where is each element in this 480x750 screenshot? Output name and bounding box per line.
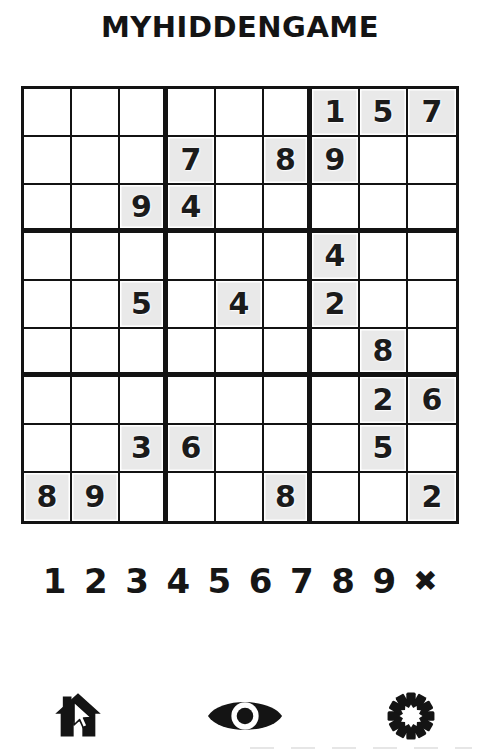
- cell-r5c3[interactable]: 5: [120, 281, 168, 329]
- cell-r9c3[interactable]: [120, 473, 168, 521]
- cell-r1c1[interactable]: [24, 89, 72, 137]
- cell-r8c6[interactable]: [264, 425, 312, 473]
- cell-r5c1[interactable]: [24, 281, 72, 329]
- gear-icon: [386, 691, 436, 744]
- cell-r2c5[interactable]: [216, 137, 264, 185]
- cell-r8c4[interactable]: 6: [168, 425, 216, 473]
- cell-r9c4[interactable]: [168, 473, 216, 521]
- cell-r1c4[interactable]: [168, 89, 216, 137]
- numpad-key-7[interactable]: 7: [281, 556, 322, 606]
- cutoff-row-artifact: [250, 747, 472, 749]
- cell-r7c5[interactable]: [216, 377, 264, 425]
- numpad-key-3[interactable]: 3: [116, 556, 157, 606]
- cell-r8c1[interactable]: [24, 425, 72, 473]
- numpad-key-1[interactable]: 1: [34, 556, 75, 606]
- cell-r1c9[interactable]: 7: [408, 89, 456, 137]
- erase-key[interactable]: ✖: [405, 556, 446, 606]
- cell-r3c4[interactable]: 4: [168, 185, 216, 233]
- cell-r7c1[interactable]: [24, 377, 72, 425]
- cell-r5c9[interactable]: [408, 281, 456, 329]
- cell-r8c2[interactable]: [72, 425, 120, 473]
- cell-r2c4[interactable]: 7: [168, 137, 216, 185]
- cell-r4c8[interactable]: [360, 233, 408, 281]
- cell-r1c6[interactable]: [264, 89, 312, 137]
- cell-r2c1[interactable]: [24, 137, 72, 185]
- home-button[interactable]: [52, 690, 104, 745]
- numpad-key-6[interactable]: 6: [240, 556, 281, 606]
- cell-r6c9[interactable]: [408, 329, 456, 377]
- numpad-key-2[interactable]: 2: [75, 556, 116, 606]
- cell-r7c2[interactable]: [72, 377, 120, 425]
- numpad-key-5[interactable]: 5: [199, 556, 240, 606]
- cell-r9c9[interactable]: 2: [408, 473, 456, 521]
- home-icon: [52, 690, 104, 745]
- cell-r7c3[interactable]: [120, 377, 168, 425]
- cell-r4c7[interactable]: 4: [312, 233, 360, 281]
- cell-r3c6[interactable]: [264, 185, 312, 233]
- cell-r5c6[interactable]: [264, 281, 312, 329]
- cell-r5c8[interactable]: [360, 281, 408, 329]
- cell-r5c2[interactable]: [72, 281, 120, 329]
- cell-r2c9[interactable]: [408, 137, 456, 185]
- cell-r1c5[interactable]: [216, 89, 264, 137]
- page-title: MYHIDDENGAME: [0, 10, 480, 44]
- settings-button[interactable]: [386, 691, 436, 744]
- cell-r7c6[interactable]: [264, 377, 312, 425]
- cell-r6c2[interactable]: [72, 329, 120, 377]
- cell-r7c8[interactable]: 2: [360, 377, 408, 425]
- cell-r5c7[interactable]: 2: [312, 281, 360, 329]
- cell-r5c5[interactable]: 4: [216, 281, 264, 329]
- eye-icon: [206, 694, 284, 741]
- cell-r6c8[interactable]: 8: [360, 329, 408, 377]
- cell-r6c7[interactable]: [312, 329, 360, 377]
- sudoku-board: 1577899445428263658982: [21, 86, 459, 524]
- cell-r9c8[interactable]: [360, 473, 408, 521]
- cell-r1c8[interactable]: 5: [360, 89, 408, 137]
- cell-r6c6[interactable]: [264, 329, 312, 377]
- cell-r5c4[interactable]: [168, 281, 216, 329]
- number-pad: 1 2 3 4 5 6 7 8 9 ✖: [34, 556, 446, 606]
- cell-r1c3[interactable]: [120, 89, 168, 137]
- bottom-toolbar: [0, 688, 480, 746]
- cell-r3c1[interactable]: [24, 185, 72, 233]
- cell-r9c7[interactable]: [312, 473, 360, 521]
- cell-r6c4[interactable]: [168, 329, 216, 377]
- cell-r2c8[interactable]: [360, 137, 408, 185]
- cell-r4c3[interactable]: [120, 233, 168, 281]
- cell-r3c3[interactable]: 9: [120, 185, 168, 233]
- cell-r7c4[interactable]: [168, 377, 216, 425]
- cell-r3c9[interactable]: [408, 185, 456, 233]
- cell-r2c7[interactable]: 9: [312, 137, 360, 185]
- cell-r4c5[interactable]: [216, 233, 264, 281]
- sudoku-app: MYHIDDENGAME 1577899445428263658982 1 2 …: [0, 0, 480, 750]
- cell-r3c2[interactable]: [72, 185, 120, 233]
- cell-r4c6[interactable]: [264, 233, 312, 281]
- cell-r6c1[interactable]: [24, 329, 72, 377]
- numpad-key-8[interactable]: 8: [322, 556, 363, 606]
- cell-r9c2[interactable]: 9: [72, 473, 120, 521]
- cell-r4c4[interactable]: [168, 233, 216, 281]
- cell-r8c3[interactable]: 3: [120, 425, 168, 473]
- reveal-button[interactable]: [206, 694, 284, 741]
- numpad-key-9[interactable]: 9: [364, 556, 405, 606]
- cell-r1c7[interactable]: 1: [312, 89, 360, 137]
- cell-r4c1[interactable]: [24, 233, 72, 281]
- cell-r9c6[interactable]: 8: [264, 473, 312, 521]
- cell-r3c7[interactable]: [312, 185, 360, 233]
- cell-r1c2[interactable]: [72, 89, 120, 137]
- cell-r9c1[interactable]: 8: [24, 473, 72, 521]
- cell-r6c3[interactable]: [120, 329, 168, 377]
- cell-r6c5[interactable]: [216, 329, 264, 377]
- cell-r3c5[interactable]: [216, 185, 264, 233]
- cell-r3c8[interactable]: [360, 185, 408, 233]
- cell-r2c3[interactable]: [120, 137, 168, 185]
- cell-r8c8[interactable]: 5: [360, 425, 408, 473]
- cell-r2c2[interactable]: [72, 137, 120, 185]
- cell-r4c9[interactable]: [408, 233, 456, 281]
- cell-r8c5[interactable]: [216, 425, 264, 473]
- cell-r8c9[interactable]: [408, 425, 456, 473]
- cell-r8c7[interactable]: [312, 425, 360, 473]
- cell-r7c9[interactable]: 6: [408, 377, 456, 425]
- cell-r9c5[interactable]: [216, 473, 264, 521]
- cell-r2c6[interactable]: 8: [264, 137, 312, 185]
- numpad-key-4[interactable]: 4: [158, 556, 199, 606]
- cell-r7c7[interactable]: [312, 377, 360, 425]
- cell-r4c2[interactable]: [72, 233, 120, 281]
